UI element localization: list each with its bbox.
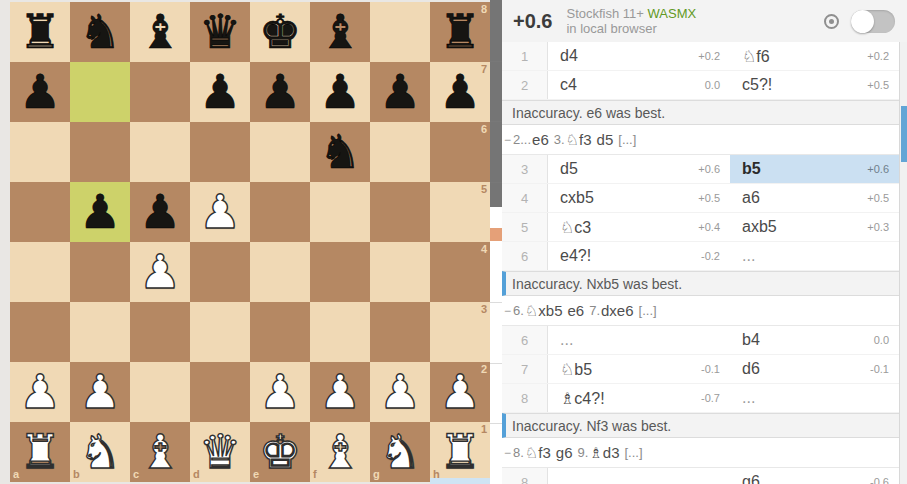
square-f5[interactable] [310,182,370,242]
move-eval: +0.2 [698,50,720,62]
engine-name: Stockfish 11+ [566,6,643,21]
variation-number: 9. [578,445,589,460]
move-white[interactable]: ♘c3+0.4 [548,213,730,241]
move-number: 6 [502,326,548,354]
move-number: 8 [502,468,548,484]
move-black[interactable]: axb5+0.3 [730,213,899,241]
black-bishop-f8[interactable]: ♝ [310,2,370,62]
variation-move[interactable]: d5 [597,131,614,148]
square-e1[interactable]: ♚e [250,422,310,482]
clock: 1:00:05 [430,478,490,484]
coord-rank-2: 2 [481,364,487,375]
square-d2[interactable] [190,362,250,422]
move-row: 1d4+0.2♘f6+0.2 [502,42,899,71]
square-f1[interactable]: ♝f [310,422,370,482]
move-san: b4 [742,331,760,349]
move-white[interactable]: ♘b5-0.1 [548,355,730,383]
coord-file-e: e [253,469,259,480]
black-king-e8[interactable]: ♚ [250,2,310,62]
move-number: 7 [502,355,548,383]
black-pawn-b5[interactable]: ♟ [70,182,130,242]
move-san: ... [560,331,573,349]
move-black[interactable]: b40.0 [730,326,899,354]
coord-file-c: c [133,469,139,480]
square-a1[interactable]: ♜a [10,422,70,482]
variation-number: 8. [513,445,524,460]
square-e7[interactable]: ♟ [250,62,310,122]
move-white[interactable]: c40.0 [548,71,730,99]
move-eval: +0.4 [698,221,720,233]
black-pawn-c5[interactable]: ♟ [130,182,190,242]
variation-collapse-icon[interactable]: − [504,446,513,460]
square-h4[interactable]: 4 [430,242,490,302]
square-c2[interactable] [130,362,190,422]
square-f4[interactable] [310,242,370,302]
square-g5[interactable] [370,182,430,242]
gauge-tick [490,423,502,424]
move-eval: -0.7 [701,392,720,404]
square-g7[interactable]: ♟ [370,62,430,122]
black-pawn-d7[interactable]: ♟ [190,62,250,122]
square-d4[interactable] [190,242,250,302]
move-row: 7♘b5-0.1d6-0.1 [502,355,899,384]
square-h6[interactable]: 6 [430,122,490,182]
variation-number: [...] [639,303,657,318]
move-black[interactable]: ... [730,384,899,412]
square-a7[interactable]: ♟ [10,62,70,122]
chess-board[interactable]: ♜♞♝♛♚♝♜8♟♟♟♟♟♟7♞6♟♟♟5♟43♟♟♟♟♟♟2♜a♞b♝c♛d♚… [10,2,490,482]
variation-move[interactable]: e6 [532,131,549,148]
square-h8[interactable]: ♜8 [430,2,490,62]
gauge-tick [490,121,502,122]
variation-number: 7. [589,303,600,318]
move-san: g6 [742,473,760,484]
variation-number: 3. [554,132,565,147]
move-black[interactable]: a6+0.5 [730,184,899,212]
move-list: 1d4+0.2♘f6+0.22c40.0c5?!+0.5Inaccuracy. … [502,42,899,484]
square-a4[interactable] [10,242,70,302]
move-san: d5 [560,160,578,178]
variation-line[interactable]: −2...e63.♘f3d5[...] [502,125,899,155]
move-number: 2 [502,71,548,99]
black-rook-a8[interactable]: ♜ [10,2,70,62]
square-a3[interactable] [10,302,70,362]
variation-move[interactable]: ♘f3 [566,131,592,149]
variation-move[interactable]: g6 [556,444,573,461]
square-a6[interactable] [10,122,70,182]
move-eval: 0.0 [705,79,720,91]
square-b6[interactable] [70,122,130,182]
move-san: ... [560,473,573,484]
move-san: ♘c3 [560,218,591,237]
variation-number: [...] [624,445,642,460]
engine-tag: WASMX [648,6,697,21]
move-number: 1 [502,42,548,70]
square-d8[interactable]: ♛ [190,2,250,62]
square-h1[interactable]: ♜1h [430,422,490,482]
move-san: ♗c4?! [560,389,605,408]
variation-collapse-icon[interactable]: − [504,304,513,318]
square-h2[interactable]: ♟2 [430,362,490,422]
move-san: ♘f6 [742,47,770,66]
variation-number: 2... [513,132,531,147]
engine-info: Stockfish 11+ WASMX in local browser [566,6,696,36]
move-white[interactable]: e4?!-0.2 [548,242,730,270]
square-g2[interactable]: ♟ [370,362,430,422]
engine-toggle-knob [851,10,874,33]
square-e2[interactable]: ♟ [250,362,310,422]
square-d5[interactable]: ♟ [190,182,250,242]
coord-rank-6: 6 [481,124,487,135]
move-white[interactable]: d4+0.2 [548,42,730,70]
square-f7[interactable]: ♟ [310,62,370,122]
move-san: ... [742,389,755,407]
variation-line[interactable]: −6.♘xb5e67.dxe6[...] [502,296,899,326]
movelist-scrollbar[interactable] [899,42,907,484]
move-row: 8♗c4?!-0.7... [502,384,899,413]
square-c6[interactable] [130,122,190,182]
white-bishop-f1[interactable]: ♝ [310,422,370,482]
move-san: c5?! [742,76,772,94]
square-b2[interactable]: ♟ [70,362,130,422]
move-eval: +0.5 [698,192,720,204]
move-eval: 0.0 [874,334,889,346]
square-g1[interactable]: ♞g [370,422,430,482]
black-knight-b8[interactable]: ♞ [70,2,130,62]
square-g6[interactable] [370,122,430,182]
move-black[interactable]: ... [730,242,899,270]
move-row: 6e4?!-0.2... [502,242,899,271]
scrollbar-thumb[interactable] [901,106,907,162]
eval-gauge [490,0,502,484]
inaccuracy-comment: Inaccuracy. e6 was best. [502,100,899,125]
variation-number: 6. [513,303,524,318]
move-number: 6 [502,242,548,270]
square-f8[interactable]: ♝ [310,2,370,62]
coord-rank-3: 3 [481,304,487,315]
square-a5[interactable] [10,182,70,242]
square-b4[interactable] [70,242,130,302]
move-san: e4?! [560,247,591,265]
coord-rank-7: 7 [481,64,487,75]
square-c1[interactable]: ♝c [130,422,190,482]
current-move[interactable]: b5+0.6 [730,155,899,183]
gauge-tick [490,61,502,62]
move-san: axb5 [742,218,777,236]
gauge-tick [490,363,502,364]
black-queen-d8[interactable]: ♛ [190,2,250,62]
square-a2[interactable]: ♟ [10,362,70,422]
move-eval: +0.6 [698,163,720,175]
square-e6[interactable] [250,122,310,182]
engine-toggle[interactable] [851,10,895,33]
square-c5[interactable]: ♟ [130,182,190,242]
coord-file-b: b [73,469,80,480]
square-d3[interactable] [190,302,250,362]
move-san: a6 [742,189,760,207]
square-d7[interactable]: ♟ [190,62,250,122]
square-b5[interactable]: ♟ [70,182,130,242]
square-e3[interactable] [250,302,310,362]
gauge-tick [490,302,502,303]
square-h5[interactable]: 5 [430,182,490,242]
square-e5[interactable] [250,182,310,242]
move-row: 5♘c3+0.4axb5+0.3 [502,213,899,242]
move-eval: +0.5 [867,192,889,204]
move-white[interactable]: ... [548,468,730,484]
black-pawn-g7[interactable]: ♟ [370,62,430,122]
white-pawn-a2[interactable]: ♟ [10,362,70,422]
square-f2[interactable]: ♟ [310,362,370,422]
move-black[interactable]: ♘f6+0.2 [730,42,899,70]
square-b8[interactable]: ♞ [70,2,130,62]
square-h7[interactable]: ♟7 [430,62,490,122]
move-white[interactable]: ... [548,326,730,354]
black-bishop-c8[interactable]: ♝ [130,2,190,62]
gauge-zero-mark [490,228,502,241]
move-row: 3d5+0.6b5+0.6 [502,155,899,184]
square-d1[interactable]: ♛d [190,422,250,482]
square-a8[interactable]: ♜ [10,2,70,62]
move-eval: -0.6 [870,476,889,484]
black-pawn-f7[interactable]: ♟ [310,62,370,122]
variation-move[interactable]: e6 [567,302,584,319]
square-b3[interactable] [70,302,130,362]
move-white[interactable]: cxb5+0.5 [548,184,730,212]
square-h3[interactable]: 3 [430,302,490,362]
move-row: 2c40.0c5?!+0.5 [502,71,899,100]
analysis-panel: +0.6 Stockfish 11+ WASMX in local browse… [502,0,907,484]
square-c7[interactable] [130,62,190,122]
move-eval: +0.3 [867,221,889,233]
inaccuracy-comment: Inaccuracy. Nf3 was best. [502,413,899,438]
square-g4[interactable] [370,242,430,302]
variation-move[interactable]: ♘f3 [525,444,551,462]
move-san: d4 [560,47,578,65]
move-row: 6...b40.0 [502,326,899,355]
black-pawn-a7[interactable]: ♟ [10,62,70,122]
move-number: 5 [502,213,548,241]
move-number: 8 [502,384,548,412]
black-knight-f6[interactable]: ♞ [310,122,370,182]
move-black[interactable]: g6-0.6 [730,468,899,484]
move-eval: +0.5 [867,79,889,91]
move-white[interactable]: ♗c4?!-0.7 [548,384,730,412]
move-san: c4 [560,76,577,94]
square-b1[interactable]: ♞b [70,422,130,482]
square-d6[interactable] [190,122,250,182]
move-row: 4cxb5+0.5a6+0.5 [502,184,899,213]
coord-rank-5: 5 [481,184,487,195]
square-e8[interactable]: ♚ [250,2,310,62]
variation-line[interactable]: −8.♘f3g69.♗d3[...] [502,438,899,468]
move-eval: -0.1 [701,363,720,375]
square-g8[interactable] [370,2,430,62]
white-pawn-c4[interactable]: ♟ [130,242,190,302]
square-f3[interactable] [310,302,370,362]
move-eval: +0.2 [867,50,889,62]
square-b7[interactable] [70,62,130,122]
coord-file-f: f [313,469,317,480]
move-san: cxb5 [560,189,594,207]
coord-file-a: a [13,469,19,480]
square-c3[interactable] [130,302,190,362]
move-san: ♘b5 [560,360,592,379]
coord-file-d: d [193,469,200,480]
square-c4[interactable]: ♟ [130,242,190,302]
move-eval: +0.6 [867,163,889,175]
coord-rank-4: 4 [481,244,487,255]
move-eval: -0.2 [701,250,720,262]
white-pawn-f2[interactable]: ♟ [310,362,370,422]
move-number: 3 [502,155,548,183]
focus-target-icon[interactable] [824,14,839,29]
move-row: 8...g6-0.6 [502,468,899,484]
variation-move[interactable]: ♘xb5 [525,302,563,320]
black-pawn-e7[interactable]: ♟ [250,62,310,122]
square-g3[interactable] [370,302,430,362]
engine-eval: +0.6 [502,10,566,33]
move-san: d6 [742,360,760,378]
move-black[interactable]: d6-0.1 [730,355,899,383]
white-pawn-e2[interactable]: ♟ [250,362,310,422]
move-number: 4 [502,184,548,212]
engine-location: in local browser [566,21,656,36]
coord-file-g: g [373,469,380,480]
coord-rank-8: 8 [481,4,487,15]
white-pawn-b2[interactable]: ♟ [70,362,130,422]
engine-header: +0.6 Stockfish 11+ WASMX in local browse… [502,0,907,42]
variation-move[interactable]: ♗d3 [589,444,619,462]
eval-gauge-black-part [490,0,502,207]
variation-collapse-icon[interactable]: − [504,133,513,147]
gauge-tick [490,182,502,183]
move-eval: -0.1 [870,363,889,375]
variation-move[interactable]: dxe6 [601,302,634,319]
square-c8[interactable]: ♝ [130,2,190,62]
square-f6[interactable]: ♞ [310,122,370,182]
white-pawn-g2[interactable]: ♟ [370,362,430,422]
white-pawn-d5[interactable]: ♟ [190,182,250,242]
move-san: ... [742,247,755,265]
move-white[interactable]: d5+0.6 [548,155,730,183]
variation-number: [...] [618,132,636,147]
inaccuracy-comment: Inaccuracy. Nxb5 was best. [502,271,899,296]
move-black[interactable]: c5?!+0.5 [730,71,899,99]
square-e4[interactable] [250,242,310,302]
coord-rank-1: 1 [481,424,487,435]
move-san: b5 [742,160,761,178]
